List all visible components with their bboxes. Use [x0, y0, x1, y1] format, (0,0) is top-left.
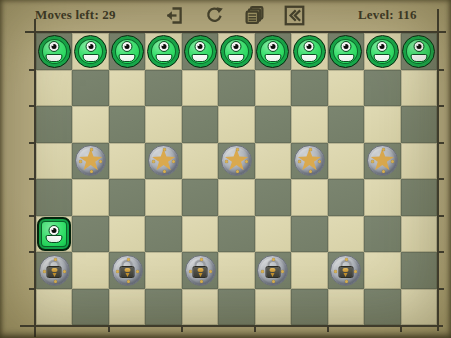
board-cell[interactable]: [109, 33, 145, 70]
monster-piece[interactable]: [293, 35, 326, 68]
board-cell[interactable]: [291, 216, 327, 253]
monster-mouth: [228, 54, 245, 62]
board-cell[interactable]: [291, 70, 327, 107]
board-cell[interactable]: [109, 179, 145, 216]
board-cell[interactable]: [364, 143, 400, 180]
board-cell[interactable]: [255, 70, 291, 107]
board-cell[interactable]: [401, 252, 437, 289]
monster-eye: [267, 41, 278, 52]
monster-piece[interactable]: [147, 35, 180, 68]
board-cell[interactable]: [145, 70, 181, 107]
board-cell[interactable]: [109, 106, 145, 143]
board-cell[interactable]: [328, 216, 364, 253]
monster-mouth: [301, 54, 318, 62]
monster-mouth: [155, 54, 172, 62]
lock-coin[interactable]: [185, 255, 216, 286]
monster-mouth: [410, 54, 427, 62]
board-cell[interactable]: [401, 179, 437, 216]
monster-piece[interactable]: [402, 35, 435, 68]
board-cell[interactable]: [72, 70, 108, 107]
frame-tick: [439, 105, 444, 107]
board-cell[interactable]: [291, 143, 327, 180]
game-window: Moves left: 29: [0, 0, 451, 338]
monster-piece[interactable]: [74, 35, 107, 68]
board-cell[interactable]: [328, 106, 364, 143]
board-cell[interactable]: [72, 216, 108, 253]
board-cell[interactable]: [36, 106, 72, 143]
monster-mouth: [46, 235, 63, 243]
board-cell[interactable]: [109, 143, 145, 180]
lock-coin[interactable]: [257, 255, 288, 286]
frame-tick: [29, 142, 34, 144]
board-cell[interactable]: [255, 33, 291, 70]
board-cell[interactable]: [72, 289, 108, 326]
board-cell[interactable]: [145, 143, 181, 180]
board-cell[interactable]: [291, 252, 327, 289]
board-cell[interactable]: [218, 106, 254, 143]
frame-tick: [400, 327, 402, 332]
monster-eye: [377, 41, 388, 52]
board-cell[interactable]: [255, 252, 291, 289]
monster-mouth: [337, 54, 354, 62]
frame-tick: [29, 215, 34, 217]
monster-mouth: [192, 54, 209, 62]
board-cell[interactable]: [401, 33, 437, 70]
frame-tick: [29, 178, 34, 180]
toolbar: [164, 5, 305, 26]
board-cell[interactable]: [401, 289, 437, 326]
board-cell[interactable]: [255, 143, 291, 180]
monster-eye: [195, 41, 206, 52]
board-cell[interactable]: [145, 179, 181, 216]
board-cell[interactable]: [255, 106, 291, 143]
board-cell[interactable]: [182, 143, 218, 180]
monster-mouth: [82, 54, 99, 62]
monster-piece[interactable]: [111, 35, 144, 68]
star-coin[interactable]: [294, 145, 325, 176]
monster-eye: [158, 41, 169, 52]
board-frame: [36, 33, 437, 325]
monster-piece[interactable]: [366, 35, 399, 68]
board-cell[interactable]: [182, 252, 218, 289]
monster-mouth: [119, 54, 136, 62]
lock-coin[interactable]: [330, 255, 361, 286]
star-coin[interactable]: [75, 145, 106, 176]
frame-tick: [29, 288, 34, 290]
frame-tick: [439, 251, 444, 253]
board-cell[interactable]: [109, 216, 145, 253]
board-cell[interactable]: [36, 33, 72, 70]
monster-eye: [413, 41, 424, 52]
board-cell[interactable]: [364, 179, 400, 216]
board-cell[interactable]: [72, 252, 108, 289]
board-cell[interactable]: [364, 106, 400, 143]
board-cell[interactable]: [182, 179, 218, 216]
board-cell[interactable]: [218, 143, 254, 180]
level-label: Level: 116: [358, 7, 417, 23]
board-cell[interactable]: [401, 106, 437, 143]
frame-tick: [439, 215, 444, 217]
board-cell[interactable]: [72, 33, 108, 70]
board-cell[interactable]: [182, 216, 218, 253]
board-cell[interactable]: [401, 143, 437, 180]
moves-left-label: Moves left: 29: [35, 7, 116, 23]
monster-piece[interactable]: [184, 35, 217, 68]
restart-icon[interactable]: [204, 5, 225, 26]
board-cell[interactable]: [401, 70, 437, 107]
frame-tick: [29, 69, 34, 71]
game-board: [36, 33, 437, 325]
padlock-body-icon: [338, 266, 353, 278]
board-cell[interactable]: [291, 106, 327, 143]
frame-tick: [181, 327, 183, 332]
star-coin[interactable]: [367, 145, 398, 176]
board-cell[interactable]: [145, 216, 181, 253]
board-cell[interactable]: [145, 289, 181, 326]
board-cell[interactable]: [328, 70, 364, 107]
undo-skip-back-icon[interactable]: [284, 5, 305, 26]
monster-eye: [85, 41, 96, 52]
board-cell[interactable]: [291, 179, 327, 216]
board-cell[interactable]: [218, 216, 254, 253]
monster-piece[interactable]: [38, 35, 71, 68]
star-coin[interactable]: [221, 145, 252, 176]
board-cell[interactable]: [36, 289, 72, 326]
board-cell[interactable]: [36, 252, 72, 289]
frame-tick: [29, 251, 34, 253]
monster-mouth: [46, 54, 63, 62]
board-cell[interactable]: [291, 289, 327, 326]
monster-eye: [231, 41, 242, 52]
padlock-body-icon: [265, 266, 280, 278]
board-cell[interactable]: [255, 179, 291, 216]
frame-tick: [439, 69, 444, 71]
monster-eye: [49, 41, 60, 52]
board-cell[interactable]: [328, 179, 364, 216]
board-cell[interactable]: [328, 33, 364, 70]
board-cell[interactable]: [36, 216, 72, 253]
board-cell[interactable]: [218, 289, 254, 326]
board-cell[interactable]: [109, 70, 145, 107]
board-cell[interactable]: [218, 252, 254, 289]
star-coin[interactable]: [148, 145, 179, 176]
board-cell[interactable]: [36, 143, 72, 180]
board-cell[interactable]: [291, 33, 327, 70]
monster-mouth: [264, 54, 281, 62]
frame-tick: [327, 327, 329, 332]
copy-levels-icon[interactable]: [244, 5, 265, 26]
board-cell[interactable]: [364, 289, 400, 326]
frame-line-right: [437, 9, 439, 331]
board-cell[interactable]: [109, 252, 145, 289]
board-cell[interactable]: [328, 289, 364, 326]
board-cell[interactable]: [218, 70, 254, 107]
frame-tick: [254, 327, 256, 332]
board-cell[interactable]: [72, 143, 108, 180]
monster-piece[interactable]: [329, 35, 362, 68]
board-cell[interactable]: [145, 252, 181, 289]
lock-coin[interactable]: [39, 255, 70, 286]
board-cell[interactable]: [36, 179, 72, 216]
board-cell[interactable]: [145, 33, 181, 70]
board-cell[interactable]: [36, 70, 72, 107]
frame-tick: [108, 327, 110, 332]
board-cell[interactable]: [182, 70, 218, 107]
monster-piece[interactable]: [256, 35, 289, 68]
exit-icon[interactable]: [164, 5, 185, 26]
board-cell[interactable]: [401, 216, 437, 253]
board-cell[interactable]: [109, 289, 145, 326]
board-cell[interactable]: [328, 252, 364, 289]
board-cell[interactable]: [328, 143, 364, 180]
board-cell[interactable]: [364, 252, 400, 289]
padlock-body-icon: [47, 266, 62, 278]
board-cell[interactable]: [364, 216, 400, 253]
board-cell[interactable]: [364, 70, 400, 107]
board-cell[interactable]: [182, 106, 218, 143]
monster-eye: [340, 41, 351, 52]
frame-tick: [439, 142, 444, 144]
board-cell[interactable]: [218, 33, 254, 70]
frame-tick: [439, 178, 444, 180]
board-cell[interactable]: [364, 33, 400, 70]
board-cell[interactable]: [182, 289, 218, 326]
frame-tick: [29, 105, 34, 107]
monster-piece[interactable]: [220, 35, 253, 68]
board-cell[interactable]: [145, 106, 181, 143]
frame-tick: [439, 288, 444, 290]
player-square-monster-piece[interactable]: [37, 217, 71, 251]
board-cell[interactable]: [182, 33, 218, 70]
padlock-body-icon: [120, 266, 135, 278]
monster-mouth: [374, 54, 391, 62]
board-cell[interactable]: [255, 216, 291, 253]
board-cell[interactable]: [255, 289, 291, 326]
frame-line-bottom: [20, 325, 443, 327]
board-cell[interactable]: [72, 106, 108, 143]
monster-eye: [304, 41, 315, 52]
board-cell[interactable]: [72, 179, 108, 216]
board-cell[interactable]: [218, 179, 254, 216]
lock-coin[interactable]: [112, 255, 143, 286]
monster-eye: [122, 41, 133, 52]
padlock-body-icon: [193, 266, 208, 278]
